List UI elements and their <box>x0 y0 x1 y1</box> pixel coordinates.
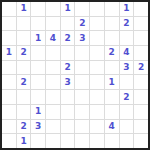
cell-r4c5[interactable] <box>61 46 75 60</box>
cell-r7c9[interactable]: 2 <box>120 90 134 104</box>
cell-r2c6[interactable]: 2 <box>75 17 89 31</box>
clue-number: 3 <box>35 122 41 131</box>
cell-r6c1[interactable] <box>2 75 16 89</box>
clue-number: 1 <box>109 78 115 87</box>
cell-r9c5[interactable] <box>61 120 75 134</box>
cell-r9c2[interactable]: 2 <box>17 120 31 134</box>
cell-r6c5[interactable]: 3 <box>61 75 75 89</box>
clue-number: 4 <box>123 48 129 57</box>
cell-r2c8[interactable] <box>105 17 119 31</box>
clue-number: 2 <box>65 34 71 43</box>
cell-r5c10[interactable]: 2 <box>134 61 148 75</box>
cell-r6c2[interactable]: 2 <box>17 75 31 89</box>
cell-r5c2[interactable] <box>17 61 31 75</box>
cell-r3c2[interactable] <box>17 31 31 45</box>
cell-r4c8[interactable]: 2 <box>105 46 119 60</box>
cell-r7c2[interactable] <box>17 90 31 104</box>
cell-r2c7[interactable] <box>90 17 104 31</box>
cell-r3c7[interactable] <box>90 31 104 45</box>
cell-r9c1[interactable] <box>2 120 16 134</box>
cell-r4c1[interactable]: 1 <box>2 46 16 60</box>
cell-r1c1[interactable] <box>2 2 16 16</box>
clue-number: 1 <box>65 4 71 13</box>
cell-r3c5[interactable]: 2 <box>61 31 75 45</box>
cell-r6c8[interactable]: 1 <box>105 75 119 89</box>
clue-number: 3 <box>65 78 71 87</box>
cell-r2c4[interactable] <box>46 17 60 31</box>
cell-r1c3[interactable] <box>31 2 45 16</box>
cell-r5c4[interactable] <box>46 61 60 75</box>
cell-r9c7[interactable] <box>90 120 104 134</box>
cell-r10c9[interactable] <box>120 134 134 148</box>
clue-number: 1 <box>35 107 41 116</box>
cell-r7c7[interactable] <box>90 90 104 104</box>
clue-number: 3 <box>79 34 85 43</box>
cell-r8c10[interactable] <box>134 105 148 119</box>
cell-r10c6[interactable] <box>75 134 89 148</box>
cell-r5c6[interactable] <box>75 61 89 75</box>
cell-r3c6[interactable]: 3 <box>75 31 89 45</box>
cell-r8c3[interactable]: 1 <box>31 105 45 119</box>
cell-r7c10[interactable] <box>134 90 148 104</box>
cell-r8c1[interactable] <box>2 105 16 119</box>
cell-r8c2[interactable] <box>17 105 31 119</box>
cell-r1c6[interactable] <box>75 2 89 16</box>
cell-r10c1[interactable] <box>2 134 16 148</box>
clue-number: 2 <box>109 48 115 57</box>
clue-number: 2 <box>123 19 129 28</box>
cell-r4c4[interactable] <box>46 46 60 60</box>
cell-r2c1[interactable] <box>2 17 16 31</box>
cell-r4c3[interactable] <box>31 46 45 60</box>
cell-r4c10[interactable] <box>134 46 148 60</box>
cell-r8c4[interactable] <box>46 105 60 119</box>
cell-r10c2[interactable]: 1 <box>17 134 31 148</box>
cell-r5c1[interactable] <box>2 61 16 75</box>
cell-r9c3[interactable]: 3 <box>31 120 45 134</box>
cell-r10c7[interactable] <box>90 134 104 148</box>
cell-r8c5[interactable] <box>61 105 75 119</box>
cell-r10c8[interactable] <box>105 134 119 148</box>
cell-r6c3[interactable] <box>31 75 45 89</box>
cell-r4c2[interactable]: 2 <box>17 46 31 60</box>
cell-r9c9[interactable] <box>120 120 134 134</box>
clue-number: 1 <box>35 34 41 43</box>
cell-r9c6[interactable] <box>75 120 89 134</box>
cell-r2c3[interactable] <box>31 17 45 31</box>
cell-r5c7[interactable] <box>90 61 104 75</box>
cell-r6c7[interactable] <box>90 75 104 89</box>
cell-r2c10[interactable] <box>134 17 148 31</box>
cell-r2c2[interactable] <box>17 17 31 31</box>
cell-r9c10[interactable] <box>134 120 148 134</box>
cell-r5c8[interactable] <box>105 61 119 75</box>
cell-r8c9[interactable] <box>120 105 134 119</box>
cell-r9c8[interactable]: 4 <box>105 120 119 134</box>
cell-r3c4[interactable]: 4 <box>46 31 60 45</box>
cell-r2c9[interactable]: 2 <box>120 17 134 31</box>
cell-r6c4[interactable] <box>46 75 60 89</box>
cell-r10c4[interactable] <box>46 134 60 148</box>
cell-r6c9[interactable] <box>120 75 134 89</box>
clue-number: 2 <box>123 93 129 102</box>
cell-r5c5[interactable]: 2 <box>61 61 75 75</box>
cell-r9c4[interactable] <box>46 120 60 134</box>
cell-r4c6[interactable] <box>75 46 89 60</box>
cell-r1c5[interactable]: 1 <box>61 2 75 16</box>
clue-number: 2 <box>79 19 85 28</box>
cell-r1c7[interactable] <box>90 2 104 16</box>
cell-r8c8[interactable] <box>105 105 119 119</box>
cell-r7c8[interactable] <box>105 90 119 104</box>
clue-number: 1 <box>20 4 26 13</box>
cell-r7c3[interactable] <box>31 90 45 104</box>
puzzle-board: 1112214231224232231212341 <box>0 0 150 150</box>
cell-r3c10[interactable] <box>134 31 148 45</box>
clue-number: 2 <box>20 122 26 131</box>
clue-number: 1 <box>123 4 129 13</box>
clue-number: 3 <box>123 63 129 72</box>
cell-r3c9[interactable] <box>120 31 134 45</box>
cell-r8c6[interactable] <box>75 105 89 119</box>
cell-r6c6[interactable] <box>75 75 89 89</box>
cell-r3c1[interactable] <box>2 31 16 45</box>
cell-r5c3[interactable] <box>31 61 45 75</box>
cell-r8c7[interactable] <box>90 105 104 119</box>
cell-r7c1[interactable] <box>2 90 16 104</box>
cell-r2c5[interactable] <box>61 17 75 31</box>
cell-r5c9[interactable]: 3 <box>120 61 134 75</box>
cell-r7c6[interactable] <box>75 90 89 104</box>
cell-r3c8[interactable] <box>105 31 119 45</box>
cell-r1c8[interactable] <box>105 2 119 16</box>
cell-r4c9[interactable]: 4 <box>120 46 134 60</box>
clue-number: 2 <box>65 63 71 72</box>
cell-r10c3[interactable] <box>31 134 45 148</box>
cell-r7c5[interactable] <box>61 90 75 104</box>
cell-r1c9[interactable]: 1 <box>120 2 134 16</box>
cell-r10c5[interactable] <box>61 134 75 148</box>
clue-number: 4 <box>50 34 56 43</box>
cell-r1c4[interactable] <box>46 2 60 16</box>
clue-number: 2 <box>20 48 26 57</box>
clue-number: 1 <box>6 48 12 57</box>
cell-r7c4[interactable] <box>46 90 60 104</box>
clue-number: 2 <box>20 78 26 87</box>
clue-number: 1 <box>20 137 26 146</box>
cell-r6c10[interactable] <box>134 75 148 89</box>
cell-r1c10[interactable] <box>134 2 148 16</box>
cell-r10c10[interactable] <box>134 134 148 148</box>
clue-number: 4 <box>109 122 115 131</box>
cell-r4c7[interactable] <box>90 46 104 60</box>
cell-r1c2[interactable]: 1 <box>17 2 31 16</box>
cell-r3c3[interactable]: 1 <box>31 31 45 45</box>
clue-number: 2 <box>138 63 144 72</box>
